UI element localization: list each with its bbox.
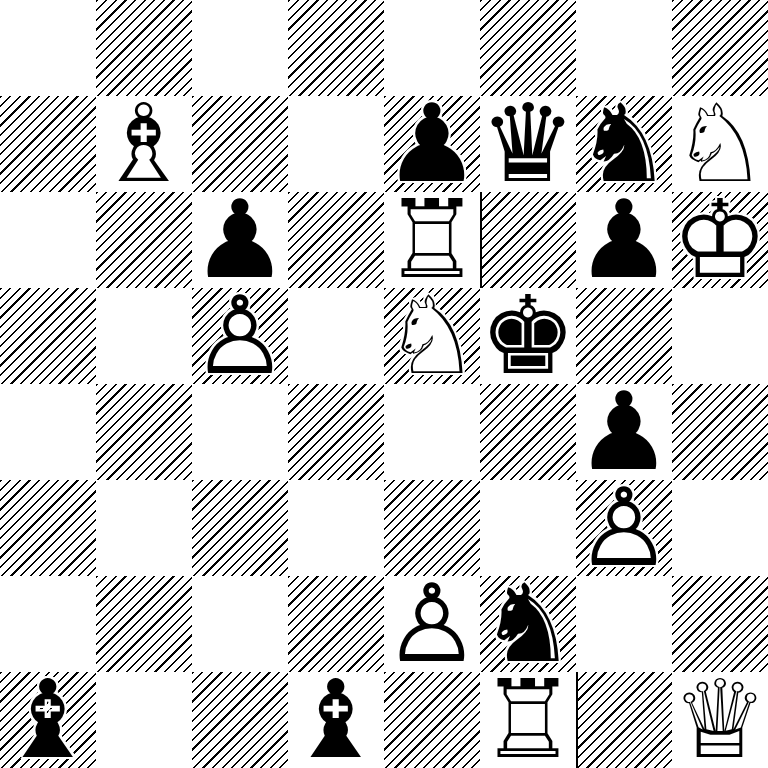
black-king-backing: ♚ [480, 288, 576, 384]
white-rook: ♖ [384, 192, 480, 288]
square-c4[interactable] [192, 384, 288, 480]
square-d1[interactable]: ♝♝ [288, 672, 384, 768]
white-knight: ♘ [672, 96, 768, 192]
square-f4[interactable] [480, 384, 576, 480]
square-g6[interactable]: ♟♟ [576, 192, 672, 288]
black-pawn: ♟ [576, 192, 672, 288]
black-pawn: ♟ [192, 192, 288, 288]
black-bishop: ♝ [288, 672, 384, 768]
white-knight-backing: ♞ [384, 288, 480, 384]
square-a6[interactable] [0, 192, 96, 288]
square-f6[interactable] [480, 192, 576, 288]
white-pawn: ♙ [192, 288, 288, 384]
square-c2[interactable] [192, 576, 288, 672]
square-f8[interactable] [480, 0, 576, 96]
white-knight: ♘ [384, 288, 480, 384]
square-f3[interactable] [480, 480, 576, 576]
white-pawn: ♙ [576, 480, 672, 576]
chess-board: ♝♗♟♟♛♛♞♞♞♘♟♟♜♖♟♟♚♔♟♙♞♘♚♚♟♟♟♙♟♙♞♞♝♝♝♝♜♖♛♕ [0, 0, 768, 768]
square-b4[interactable] [96, 384, 192, 480]
white-queen-backing: ♛ [672, 672, 768, 768]
square-e7[interactable]: ♟♟ [384, 96, 480, 192]
black-bishop: ♝ [0, 672, 96, 768]
square-h7[interactable]: ♞♘ [672, 96, 768, 192]
square-b8[interactable] [96, 0, 192, 96]
black-pawn-backing: ♟ [576, 192, 672, 288]
square-c7[interactable] [192, 96, 288, 192]
square-a8[interactable] [0, 0, 96, 96]
black-knight: ♞ [480, 576, 576, 672]
square-g1[interactable] [576, 672, 672, 768]
square-g5[interactable] [576, 288, 672, 384]
square-a7[interactable] [0, 96, 96, 192]
white-bishop: ♗ [96, 96, 192, 192]
black-pawn-backing: ♟ [576, 384, 672, 480]
square-a1[interactable]: ♝♝ [0, 672, 96, 768]
square-b2[interactable] [96, 576, 192, 672]
black-bishop-backing: ♝ [288, 672, 384, 768]
black-queen: ♛ [480, 96, 576, 192]
black-pawn: ♟ [576, 384, 672, 480]
square-f2[interactable]: ♞♞ [480, 576, 576, 672]
square-e8[interactable] [384, 0, 480, 96]
square-f7[interactable]: ♛♛ [480, 96, 576, 192]
black-knight-backing: ♞ [576, 96, 672, 192]
square-d2[interactable] [288, 576, 384, 672]
square-g2[interactable] [576, 576, 672, 672]
black-pawn-backing: ♟ [384, 96, 480, 192]
square-d5[interactable] [288, 288, 384, 384]
square-d4[interactable] [288, 384, 384, 480]
square-h5[interactable] [672, 288, 768, 384]
white-king: ♔ [672, 192, 768, 288]
square-b7[interactable]: ♝♗ [96, 96, 192, 192]
white-bishop-backing: ♝ [96, 96, 192, 192]
square-c3[interactable] [192, 480, 288, 576]
white-pawn-backing: ♟ [576, 480, 672, 576]
square-d3[interactable] [288, 480, 384, 576]
black-knight-backing: ♞ [480, 576, 576, 672]
square-c1[interactable] [192, 672, 288, 768]
square-h2[interactable] [672, 576, 768, 672]
white-knight-backing: ♞ [672, 96, 768, 192]
square-a4[interactable] [0, 384, 96, 480]
square-f5[interactable]: ♚♚ [480, 288, 576, 384]
white-pawn: ♙ [384, 576, 480, 672]
black-pawn: ♟ [384, 96, 480, 192]
white-pawn-backing: ♟ [192, 288, 288, 384]
square-c5[interactable]: ♟♙ [192, 288, 288, 384]
square-g7[interactable]: ♞♞ [576, 96, 672, 192]
square-h4[interactable] [672, 384, 768, 480]
white-rook-backing: ♜ [384, 192, 480, 288]
square-c8[interactable] [192, 0, 288, 96]
square-c6[interactable]: ♟♟ [192, 192, 288, 288]
square-d8[interactable] [288, 0, 384, 96]
white-pawn-backing: ♟ [384, 576, 480, 672]
square-e6[interactable]: ♜♖ [384, 192, 480, 288]
square-h6[interactable]: ♚♔ [672, 192, 768, 288]
black-pawn-backing: ♟ [192, 192, 288, 288]
square-b1[interactable] [96, 672, 192, 768]
black-bishop-backing: ♝ [0, 672, 96, 768]
square-h8[interactable] [672, 0, 768, 96]
square-f1[interactable]: ♜♖ [480, 672, 576, 768]
black-king: ♚ [480, 288, 576, 384]
square-d6[interactable] [288, 192, 384, 288]
square-e1[interactable] [384, 672, 480, 768]
square-b3[interactable] [96, 480, 192, 576]
square-g4[interactable]: ♟♟ [576, 384, 672, 480]
square-h3[interactable] [672, 480, 768, 576]
square-a2[interactable] [0, 576, 96, 672]
square-a5[interactable] [0, 288, 96, 384]
square-d7[interactable] [288, 96, 384, 192]
square-e5[interactable]: ♞♘ [384, 288, 480, 384]
square-g8[interactable] [576, 0, 672, 96]
square-b6[interactable] [96, 192, 192, 288]
square-e4[interactable] [384, 384, 480, 480]
white-king-backing: ♚ [672, 192, 768, 288]
square-a3[interactable] [0, 480, 96, 576]
black-knight: ♞ [576, 96, 672, 192]
white-queen: ♕ [672, 672, 768, 768]
square-e2[interactable]: ♟♙ [384, 576, 480, 672]
square-h1[interactable]: ♛♕ [672, 672, 768, 768]
white-rook: ♖ [480, 672, 576, 768]
square-e3[interactable] [384, 480, 480, 576]
white-rook-backing: ♜ [480, 672, 576, 768]
square-g3[interactable]: ♟♙ [576, 480, 672, 576]
black-queen-backing: ♛ [480, 96, 576, 192]
square-b5[interactable] [96, 288, 192, 384]
